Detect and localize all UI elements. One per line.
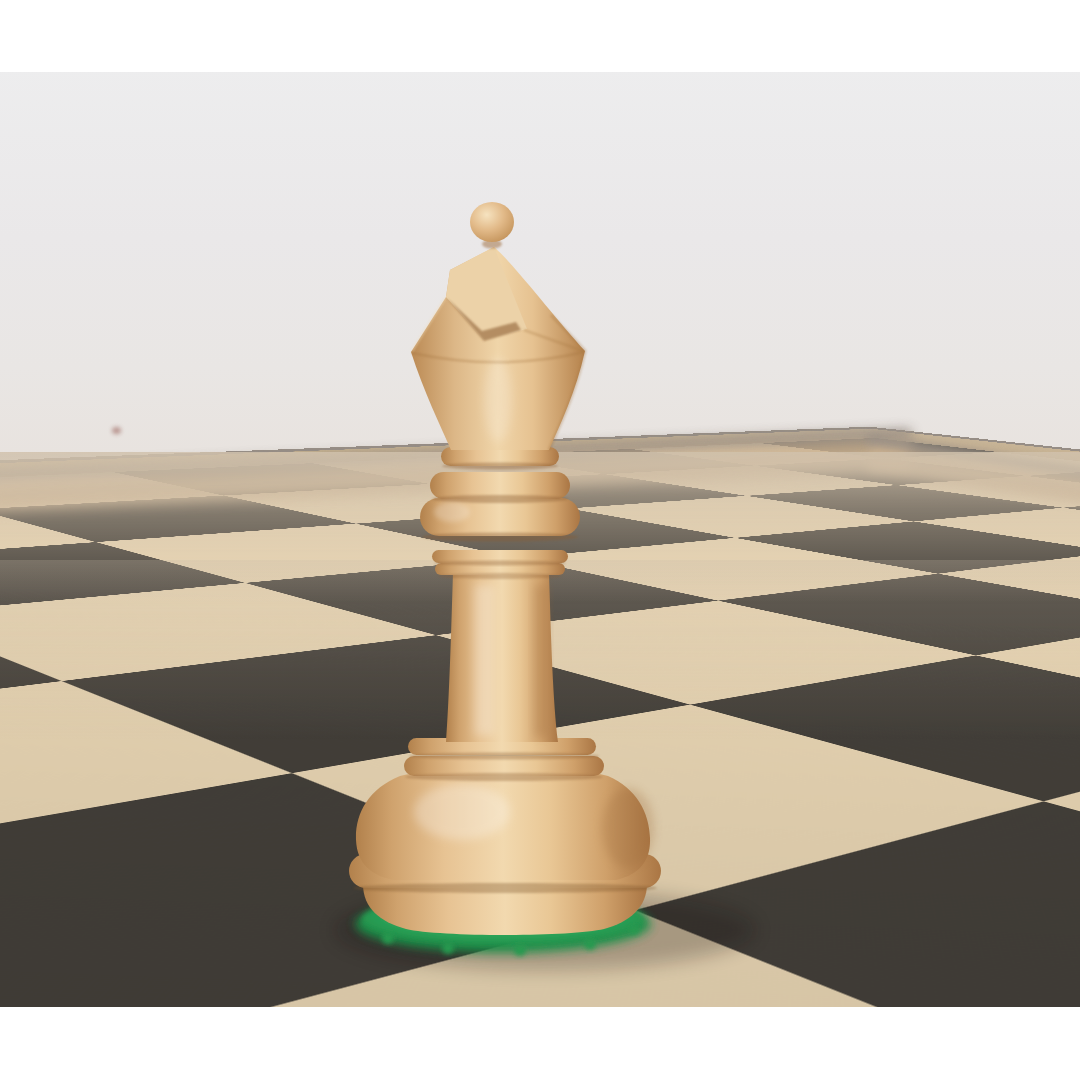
bishop-flare-rings <box>404 738 604 781</box>
bishop-collar-rings <box>420 447 580 579</box>
bottom-white-band <box>0 1007 1080 1080</box>
bishop-finial-ball <box>470 202 514 249</box>
bishop-bulb <box>356 767 654 880</box>
photo-stage <box>0 0 1080 1080</box>
bishop-piece <box>0 0 1080 1080</box>
top-white-band <box>0 0 1080 72</box>
bishop-stem <box>446 572 558 742</box>
bishop-mitre <box>411 247 585 450</box>
